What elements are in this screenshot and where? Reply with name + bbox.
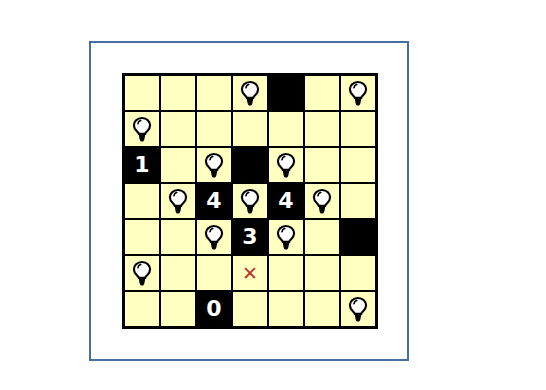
wall-clue-number: 1 [134,148,149,182]
cell-r7c1-empty[interactable] [125,292,159,326]
bulb-icon [203,152,225,179]
bulb-icon [239,188,261,215]
akari-board: 1443✕0 [122,73,378,329]
wall-clue-number: 3 [242,220,257,254]
cell-r1c2-empty[interactable] [161,76,195,110]
cell-r5c1-empty[interactable] [125,220,159,254]
cell-r2c7-empty[interactable] [341,112,375,146]
cell-r1c7-bulb[interactable] [341,76,375,110]
wall-clue-number: 4 [278,184,293,218]
cell-r6c3-empty[interactable] [197,256,231,290]
cell-r2c1-bulb[interactable] [125,112,159,146]
cell-r3c2-empty[interactable] [161,148,195,182]
cell-r2c5-empty[interactable] [269,112,303,146]
cell-r3c7-empty[interactable] [341,148,375,182]
cell-r3c5-bulb[interactable] [269,148,303,182]
cell-r5c7-wall [341,220,375,254]
wall-clue-number: 4 [206,184,221,218]
cell-r7c4-empty[interactable] [233,292,267,326]
cell-r4c6-bulb[interactable] [305,184,339,218]
cell-r1c6-empty[interactable] [305,76,339,110]
bulb-icon [203,224,225,251]
cell-r5c3-bulb[interactable] [197,220,231,254]
cell-r5c5-bulb[interactable] [269,220,303,254]
bulb-icon [275,152,297,179]
cell-r6c1-bulb[interactable] [125,256,159,290]
cell-r5c2-empty[interactable] [161,220,195,254]
bulb-icon [167,188,189,215]
no-bulb-mark: ✕ [242,256,258,290]
cell-r2c2-empty[interactable] [161,112,195,146]
cell-r7c2-empty[interactable] [161,292,195,326]
cell-r4c7-empty[interactable] [341,184,375,218]
cell-r6c4-no-bulb-mark[interactable]: ✕ [233,256,267,290]
puzzle-panel: 1443✕0 [89,41,409,361]
cell-r3c1-wall: 1 [125,148,159,182]
cell-r6c2-empty[interactable] [161,256,195,290]
cell-r1c5-wall [269,76,303,110]
cell-r4c3-wall: 4 [197,184,231,218]
bulb-icon [131,260,153,287]
cell-r6c5-empty[interactable] [269,256,303,290]
cell-r7c3-wall: 0 [197,292,231,326]
cell-r4c1-empty[interactable] [125,184,159,218]
bulb-icon [347,80,369,107]
wall-clue-number: 0 [206,292,221,326]
cell-r7c5-empty[interactable] [269,292,303,326]
cell-r7c6-empty[interactable] [305,292,339,326]
cell-r1c3-empty[interactable] [197,76,231,110]
cell-r4c4-bulb[interactable] [233,184,267,218]
cell-r5c6-empty[interactable] [305,220,339,254]
cell-r1c4-bulb[interactable] [233,76,267,110]
cell-r4c2-bulb[interactable] [161,184,195,218]
cell-r2c4-empty[interactable] [233,112,267,146]
bulb-icon [239,80,261,107]
cell-r7c7-bulb[interactable] [341,292,375,326]
page-background: 1443✕0 [0,0,546,390]
cell-r3c3-bulb[interactable] [197,148,231,182]
cell-r3c6-empty[interactable] [305,148,339,182]
cell-r4c5-wall: 4 [269,184,303,218]
cell-r6c7-empty[interactable] [341,256,375,290]
cell-r6c6-empty[interactable] [305,256,339,290]
bulb-icon [347,296,369,323]
bulb-icon [275,224,297,251]
cell-r1c1-empty[interactable] [125,76,159,110]
cell-r2c6-empty[interactable] [305,112,339,146]
bulb-icon [311,188,333,215]
cell-r2c3-empty[interactable] [197,112,231,146]
bulb-icon [131,116,153,143]
cell-r5c4-wall: 3 [233,220,267,254]
cell-r3c4-wall [233,148,267,182]
